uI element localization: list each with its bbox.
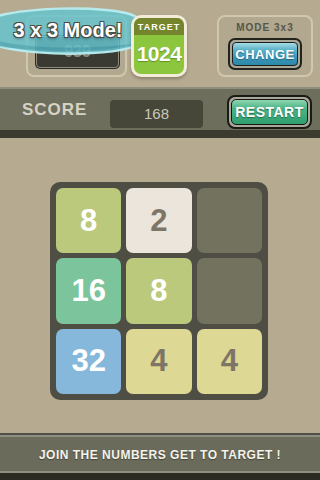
board[interactable]: 821683244 <box>50 182 268 400</box>
tile-2: 2 <box>126 188 191 253</box>
tile-4: 4 <box>197 329 262 394</box>
banner-text: 3 x 3 Mode! <box>2 19 134 42</box>
tile-8: 8 <box>56 188 121 253</box>
tile-8: 8 <box>126 258 191 323</box>
tile-4: 4 <box>126 329 191 394</box>
score-bar-shadow <box>0 130 320 138</box>
target-box: TARGET 1024 <box>131 15 187 77</box>
score-value: 168 <box>110 100 203 128</box>
empty-cell <box>197 188 262 253</box>
game-screen: Score 939 TARGET 1024 MODE 3x3 CHANGE 3 … <box>0 0 320 480</box>
empty-cell <box>197 258 262 323</box>
change-mode-button[interactable]: CHANGE <box>232 42 298 66</box>
mode-panel: MODE 3x3 CHANGE <box>217 15 313 77</box>
target-value: 1024 <box>134 35 184 74</box>
restart-button[interactable]: RESTART <box>231 99 308 125</box>
tile-16: 16 <box>56 258 121 323</box>
tile-32: 32 <box>56 329 121 394</box>
restart-button-bezel: RESTART <box>227 95 312 129</box>
footer-message: JOIN THE NUMBERS GET TO TARGET ! <box>39 448 281 462</box>
footer-bottom-strip <box>0 473 320 480</box>
target-label: TARGET <box>134 18 184 35</box>
mode-label: MODE 3x3 <box>219 22 311 33</box>
score-bar: SCORE 168 RESTART <box>0 87 320 130</box>
score-label: SCORE <box>22 89 87 130</box>
change-button-bezel: CHANGE <box>228 38 302 70</box>
footer-bar: JOIN THE NUMBERS GET TO TARGET ! <box>0 435 320 473</box>
